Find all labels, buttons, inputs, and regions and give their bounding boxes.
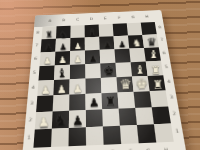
square-f6[interactable] (114, 49, 130, 63)
square-e2[interactable] (102, 109, 120, 127)
square-f1[interactable] (120, 125, 139, 144)
file-label: F (112, 16, 126, 20)
file-label: G (126, 16, 140, 20)
square-e4[interactable] (101, 77, 118, 93)
white-pawn-b4[interactable]: ♟ (56, 84, 66, 95)
white-pawn-c6[interactable]: ♟ (73, 55, 82, 65)
square-d6[interactable]: ♟ (85, 50, 100, 64)
file-label: A (43, 19, 57, 23)
square-a1[interactable] (33, 129, 51, 148)
rank-label: 2 (169, 106, 180, 123)
rank-label: 4 (29, 81, 38, 97)
white-queen-f4[interactable]: ♛ (119, 78, 132, 92)
black-pawn-e7[interactable]: ♟ (103, 41, 111, 50)
square-c3[interactable] (69, 94, 86, 111)
rank-label: 3 (167, 90, 177, 106)
black-pawn-d6[interactable]: ♟ (88, 54, 97, 64)
rank-label: 6 (31, 52, 39, 66)
square-b5[interactable]: ♝ (54, 65, 70, 80)
black-pawn-f7[interactable]: ♟ (118, 40, 126, 49)
square-f2[interactable] (119, 108, 137, 126)
square-a2[interactable]: ♟ (35, 112, 53, 130)
white-pawn-a2[interactable]: ♟ (37, 116, 49, 129)
square-g4[interactable]: ♚ (132, 76, 150, 92)
square-c4[interactable]: ♟ (69, 79, 85, 95)
white-pawn-a4[interactable]: ♟ (40, 85, 50, 96)
black-bishop-d8[interactable]: ♝ (87, 28, 96, 38)
square-b1[interactable] (51, 128, 69, 147)
square-a8[interactable]: ♜ (42, 26, 57, 39)
square-a7[interactable]: ♟ (41, 39, 56, 53)
file-label: H (140, 15, 154, 19)
chess-board-grid: ♜♞♝♟♟♟♟♟♞♛♟♟♟♟♝♝♚♝♜♟♟♟♛♚♜♟♜♟♞♟ (33, 22, 173, 148)
black-bishop-b5[interactable]: ♝ (56, 67, 67, 79)
file-label: B (57, 19, 71, 23)
vinyl-chess-mat: ABCDEFGH ABCDEFGH 87654321 87654321 ♜♞♝♟… (21, 10, 188, 150)
square-h1[interactable] (154, 124, 174, 143)
square-b4[interactable]: ♟ (53, 79, 69, 95)
photo-of-chess-set: ABCDEFGH ABCDEFGH 87654321 87654321 ♜♞♝♟… (0, 0, 200, 150)
rank-label: 7 (33, 39, 41, 52)
square-d2[interactable] (86, 109, 103, 127)
square-d8[interactable]: ♝ (85, 25, 100, 38)
square-f3[interactable] (118, 92, 136, 109)
square-e5[interactable]: ♚ (100, 63, 116, 78)
square-d3[interactable]: ♟ (85, 93, 102, 110)
black-pawn-b7[interactable]: ♟ (59, 43, 67, 52)
black-king-e5[interactable]: ♚ (102, 65, 114, 78)
file-label: H (157, 148, 176, 150)
square-b2[interactable]: ♞ (52, 111, 69, 129)
square-c8[interactable] (70, 25, 84, 38)
square-a3[interactable] (36, 95, 53, 112)
white-rook-h4[interactable]: ♜ (152, 79, 163, 91)
square-h3[interactable] (150, 90, 169, 107)
square-d1[interactable] (86, 127, 104, 146)
white-pawn-b6[interactable]: ♟ (58, 56, 67, 66)
black-pawn-d3[interactable]: ♟ (88, 98, 99, 110)
square-b8[interactable]: ♞ (56, 26, 71, 39)
square-f7[interactable]: ♟ (114, 36, 130, 50)
rank-label: 7 (158, 34, 167, 47)
black-knight-b8[interactable]: ♞ (59, 29, 67, 38)
square-f8[interactable] (113, 23, 128, 36)
square-d4[interactable] (85, 78, 101, 94)
file-label: G (139, 149, 157, 150)
square-a6[interactable]: ♟ (40, 52, 56, 66)
rank-label: 8 (156, 22, 165, 35)
rank-label: 8 (34, 27, 42, 40)
square-d5[interactable] (85, 63, 101, 78)
square-b3[interactable] (53, 95, 70, 112)
rank-label: 1 (24, 130, 34, 149)
black-rook-a8[interactable]: ♜ (45, 30, 53, 39)
square-f4[interactable]: ♛ (116, 77, 133, 93)
square-a4[interactable]: ♟ (37, 80, 54, 96)
rank-label: 1 (172, 123, 183, 141)
square-e6[interactable] (100, 49, 116, 63)
rank-label: 6 (160, 47, 169, 61)
square-c2[interactable]: ♟ (69, 110, 86, 128)
square-e7[interactable]: ♟ (99, 36, 114, 50)
rank-label: 4 (164, 75, 174, 91)
black-pawn-a7[interactable]: ♟ (44, 43, 52, 52)
square-d7[interactable] (85, 37, 100, 51)
square-e1[interactable] (103, 126, 121, 145)
square-c6[interactable]: ♟ (70, 50, 85, 64)
square-b6[interactable]: ♟ (55, 51, 70, 65)
square-b7[interactable]: ♟ (55, 38, 70, 52)
rank-label: 5 (162, 60, 172, 75)
square-e8[interactable] (99, 24, 114, 37)
rank-label: 5 (30, 66, 38, 81)
rank-label: 3 (27, 96, 36, 113)
file-labels-bottom: ABCDEFGH (33, 148, 176, 150)
white-king-g4[interactable]: ♚ (135, 77, 148, 91)
white-pawn-c7[interactable]: ♟ (73, 42, 81, 51)
square-h2[interactable] (152, 106, 171, 124)
square-h7[interactable]: ♛ (142, 34, 158, 48)
square-g3[interactable] (134, 91, 152, 108)
square-a5[interactable] (38, 65, 54, 80)
white-bishop-h6[interactable]: ♝ (148, 50, 158, 61)
black-pawn-c2[interactable]: ♟ (71, 115, 83, 128)
file-label: C (71, 18, 85, 22)
square-c5[interactable] (70, 64, 86, 79)
square-c7[interactable]: ♟ (70, 37, 85, 51)
rank-label: 2 (26, 112, 35, 130)
file-label: E (98, 17, 112, 21)
table-surface: ABCDEFGH ABCDEFGH 87654321 87654321 ♜♞♝♟… (0, 0, 200, 150)
white-pawn-a6[interactable]: ♟ (43, 56, 52, 66)
file-label: D (85, 17, 99, 21)
square-e3[interactable]: ♜ (101, 92, 118, 109)
square-h6[interactable]: ♝ (144, 47, 161, 61)
square-h4[interactable]: ♜ (148, 75, 166, 91)
square-h8[interactable] (141, 22, 157, 35)
square-h5[interactable]: ♜ (146, 61, 163, 76)
black-queen-h7[interactable]: ♛ (146, 36, 156, 47)
square-g7[interactable]: ♞ (128, 35, 144, 49)
black-knight-b2[interactable]: ♞ (53, 114, 67, 129)
square-c1[interactable] (69, 127, 87, 146)
white-knight-g7[interactable]: ♞ (132, 38, 141, 48)
white-rook-h5[interactable]: ♜ (150, 64, 160, 75)
white-pawn-c4[interactable]: ♟ (72, 83, 82, 94)
black-rook-e3[interactable]: ♜ (104, 96, 116, 109)
square-g8[interactable] (127, 23, 143, 36)
